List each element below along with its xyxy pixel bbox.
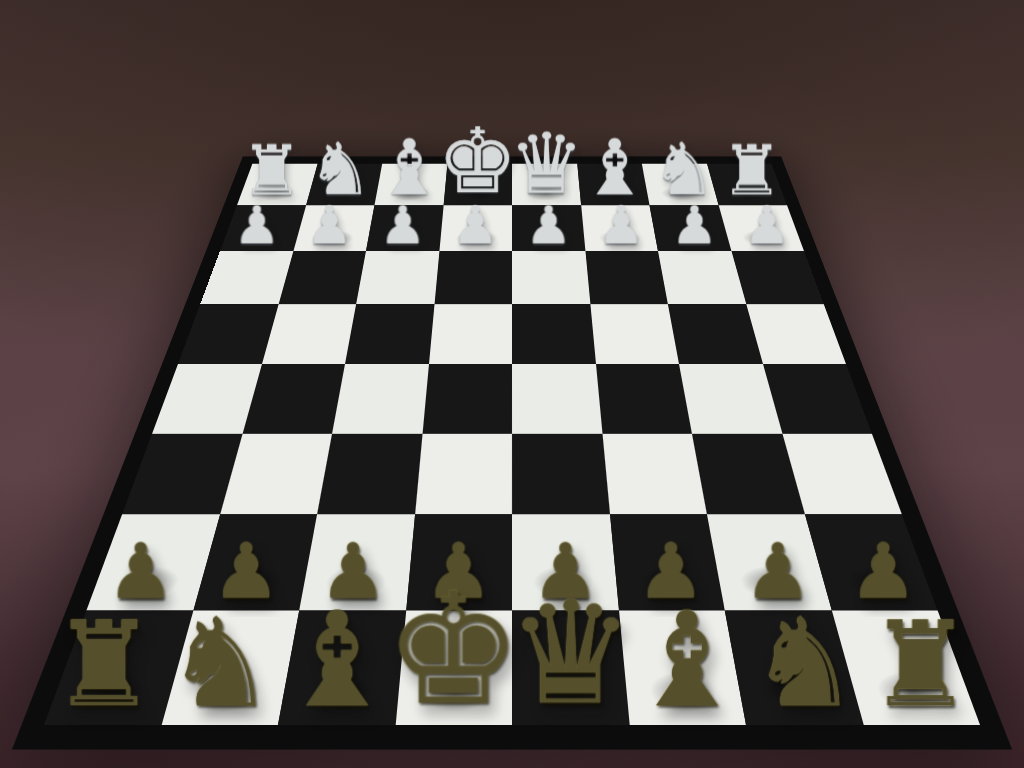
square-h3[interactable] — [200, 251, 293, 304]
square-f4[interactable] — [345, 304, 434, 364]
square-c3[interactable] — [585, 251, 668, 304]
chess-board: ♜♞♝♚♛♝♞♜♟♟♟♟♟♟♟♟♟♟♟♟♟♟♟♟♜♞♝♚♛♝♞♜ — [12, 156, 1012, 749]
white-pawn[interactable]: ♟ — [452, 200, 499, 250]
square-b6[interactable] — [692, 433, 804, 514]
square-f5[interactable] — [332, 364, 428, 433]
white-bishop[interactable]: ♝ — [374, 131, 443, 204]
square-a2[interactable]: ♟ — [718, 205, 804, 251]
square-e2[interactable]: ♟ — [439, 205, 512, 251]
square-c4[interactable] — [590, 304, 679, 364]
square-d8[interactable]: ♛ — [512, 610, 629, 725]
white-pawn[interactable]: ♟ — [744, 200, 791, 250]
square-b2[interactable]: ♟ — [649, 205, 731, 251]
black-bishop[interactable]: ♝ — [628, 597, 746, 722]
square-g3[interactable] — [278, 251, 366, 304]
square-g2[interactable]: ♟ — [293, 205, 375, 251]
square-b3[interactable] — [658, 251, 746, 304]
black-knight[interactable]: ♞ — [165, 605, 275, 722]
square-h2[interactable]: ♟ — [220, 205, 306, 251]
square-f6[interactable] — [317, 433, 422, 514]
square-e6[interactable] — [415, 433, 512, 514]
square-c2[interactable]: ♟ — [581, 205, 658, 251]
black-rook[interactable]: ♜ — [868, 610, 973, 722]
square-e4[interactable] — [429, 304, 513, 364]
square-c6[interactable] — [602, 433, 707, 514]
white-pawn[interactable]: ♟ — [598, 200, 645, 250]
black-bishop[interactable]: ♝ — [278, 597, 396, 722]
square-f2[interactable]: ♟ — [366, 205, 443, 251]
square-a4[interactable] — [746, 304, 846, 364]
square-h6[interactable] — [122, 433, 242, 514]
black-queen[interactable]: ♛ — [506, 586, 634, 721]
floor: ♜♞♝♚♛♝♞♜♟♟♟♟♟♟♟♟♟♟♟♟♟♟♟♟♜♞♝♚♛♝♞♜ — [0, 0, 1024, 768]
square-g5[interactable] — [242, 364, 345, 433]
square-a5[interactable] — [763, 364, 872, 433]
white-pawn[interactable]: ♟ — [306, 200, 353, 250]
square-g4[interactable] — [262, 304, 357, 364]
square-g6[interactable] — [220, 433, 332, 514]
white-bishop[interactable]: ♝ — [580, 131, 649, 204]
white-pawn[interactable]: ♟ — [233, 200, 280, 250]
square-a3[interactable] — [731, 251, 824, 304]
square-c8[interactable]: ♝ — [618, 610, 746, 725]
square-e3[interactable] — [434, 251, 512, 304]
square-d3[interactable] — [512, 251, 590, 304]
square-c5[interactable] — [596, 364, 692, 433]
white-pawn[interactable]: ♟ — [525, 200, 572, 250]
square-a6[interactable] — [782, 433, 902, 514]
square-d2[interactable]: ♟ — [512, 205, 585, 251]
black-king[interactable]: ♚ — [385, 576, 523, 722]
square-f3[interactable] — [356, 251, 439, 304]
white-queen[interactable]: ♛ — [509, 124, 584, 204]
square-d4[interactable] — [512, 304, 596, 364]
black-knight[interactable]: ♞ — [749, 605, 859, 722]
square-d5[interactable] — [512, 364, 602, 433]
square-b5[interactable] — [679, 364, 782, 433]
black-rook[interactable]: ♜ — [51, 610, 156, 722]
white-pawn[interactable]: ♟ — [671, 200, 718, 250]
square-e8[interactable]: ♚ — [395, 610, 512, 725]
white-king[interactable]: ♚ — [437, 118, 518, 204]
square-e5[interactable] — [422, 364, 512, 433]
square-d6[interactable] — [512, 433, 609, 514]
white-pawn[interactable]: ♟ — [379, 200, 426, 250]
square-h5[interactable] — [152, 364, 261, 433]
